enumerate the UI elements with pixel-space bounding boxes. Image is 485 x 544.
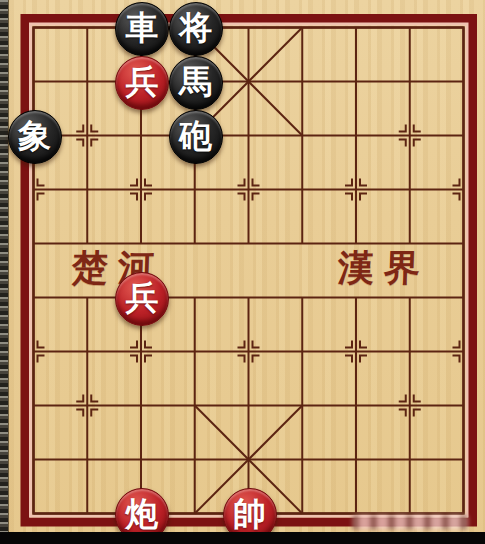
piece-glyph: 将 [179,11,212,44]
piece-glyph: 兵 [126,281,159,314]
piece-glyph: 車 [126,11,159,44]
piece-glyph: 象 [18,119,51,152]
piece-glyph: 砲 [179,119,212,152]
watermark-smudge [352,515,468,530]
xiangqi-board-screen: 楚河 漢界 車将兵馬象砲兵炮帥 [0,0,485,544]
bottom-letterbox-bar [0,532,485,544]
black-horse[interactable]: 馬 [169,56,223,110]
black-general[interactable]: 将 [169,2,223,56]
river-label-han: 漢界 [337,244,431,293]
red-soldier-advanced[interactable]: 兵 [115,56,169,110]
black-cannon[interactable]: 砲 [169,110,223,164]
piece-glyph: 兵 [126,65,159,98]
piece-glyph: 炮 [126,497,159,530]
red-soldier-river[interactable]: 兵 [115,272,169,326]
piece-glyph: 馬 [179,65,212,98]
black-chariot[interactable]: 車 [115,2,169,56]
piece-glyph: 帥 [233,497,266,530]
black-elephant[interactable]: 象 [8,110,62,164]
